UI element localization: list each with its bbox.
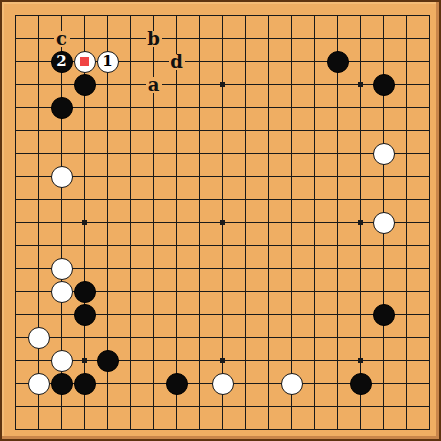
black-stone [74,304,96,326]
white-stone [28,373,50,395]
star-point [358,358,363,363]
black-stone [51,97,73,119]
black-stone [51,373,73,395]
star-point [358,82,363,87]
star-point [358,220,363,225]
white-stone [51,166,73,188]
board-grid: 21cbda [4,4,441,441]
white-stone [28,327,50,349]
black-stone [350,373,372,395]
black-stone [166,373,188,395]
black-stone [373,74,395,96]
star-point [82,220,87,225]
white-stone [51,281,73,303]
black-stone [74,281,96,303]
point-label-a: a [146,77,162,93]
point-label-b: b [146,31,162,47]
black-stone [74,74,96,96]
black-stone [97,350,119,372]
white-stone [51,350,73,372]
point-label-d: d [169,54,185,70]
star-point [220,82,225,87]
black-stone [373,304,395,326]
star-point [82,358,87,363]
go-board: 21cbda [0,0,441,441]
star-point [220,220,225,225]
go-diagram: 21cbda [0,0,441,441]
point-label-c: c [54,31,70,47]
black-stone-move-2: 2 [51,51,73,73]
black-stone [74,373,96,395]
white-stone-marked [74,51,96,73]
white-stone [51,258,73,280]
star-point [220,358,225,363]
red-square-mark [80,57,89,66]
white-stone [212,373,234,395]
white-stone-move-1: 1 [97,51,119,73]
white-stone [281,373,303,395]
white-stone [373,212,395,234]
black-stone [327,51,349,73]
white-stone [373,143,395,165]
